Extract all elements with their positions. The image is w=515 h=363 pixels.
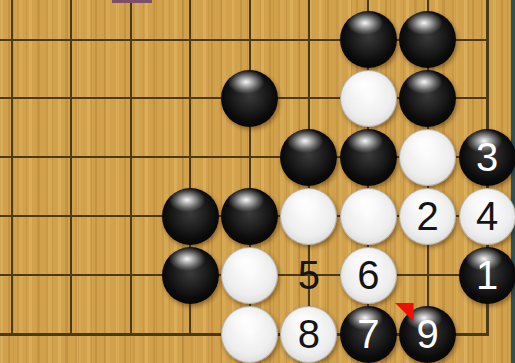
white-stone [399, 129, 456, 186]
clipped-ui-element [112, 0, 152, 3]
app-background-strip [511, 0, 515, 363]
move-number-6: 6 [357, 255, 379, 295]
move-number-7: 7 [357, 314, 379, 354]
white-stone: 4 [459, 188, 515, 245]
black-stone: 7 [340, 306, 397, 363]
black-stone [340, 11, 397, 68]
white-stone [280, 188, 337, 245]
grid-line-vertical-1 [70, 0, 72, 336]
black-stone [340, 129, 397, 186]
move-number-9: 9 [417, 314, 439, 354]
white-stone: 2 [399, 188, 456, 245]
move-number-1: 1 [476, 255, 498, 295]
black-stone [221, 188, 278, 245]
black-stone: 1 [459, 247, 515, 304]
grid-line-vertical-2 [130, 0, 132, 336]
black-stone [399, 70, 456, 127]
white-stone [340, 188, 397, 245]
move-number-4: 4 [476, 196, 498, 236]
move-number-2: 2 [417, 196, 439, 236]
black-stone [280, 129, 337, 186]
white-stone [221, 306, 278, 363]
black-stone [221, 70, 278, 127]
black-stone [399, 11, 456, 68]
black-stone: 3 [459, 129, 515, 186]
move-number-8: 8 [298, 314, 320, 354]
black-stone [162, 188, 219, 245]
move-number-5-on-empty-point: 5 [298, 255, 320, 295]
black-stone [162, 247, 219, 304]
grid-line-vertical-0 [11, 0, 13, 336]
move-number-3: 3 [476, 137, 498, 177]
white-stone: 6 [340, 247, 397, 304]
white-stone [340, 70, 397, 127]
white-stone: 8 [280, 306, 337, 363]
white-stone [221, 247, 278, 304]
go-board[interactable]: 324618795 [0, 0, 515, 363]
